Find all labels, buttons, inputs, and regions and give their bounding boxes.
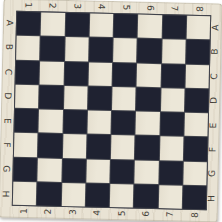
square-b2[interactable] bbox=[40, 37, 64, 61]
square-g6[interactable] bbox=[135, 160, 159, 184]
square-d6[interactable] bbox=[136, 87, 160, 111]
square-g3[interactable] bbox=[62, 158, 86, 182]
square-c3[interactable] bbox=[64, 61, 88, 85]
square-g2[interactable] bbox=[38, 158, 62, 182]
square-a8[interactable] bbox=[186, 16, 210, 40]
square-b4[interactable] bbox=[89, 38, 113, 62]
square-c8[interactable] bbox=[185, 64, 209, 88]
square-h2[interactable] bbox=[37, 182, 61, 206]
square-f3[interactable] bbox=[62, 134, 86, 158]
square-b5[interactable] bbox=[113, 38, 137, 62]
square-g8[interactable] bbox=[183, 161, 207, 185]
square-f2[interactable] bbox=[38, 134, 62, 158]
square-d4[interactable] bbox=[88, 86, 112, 110]
square-d8[interactable] bbox=[185, 88, 209, 112]
square-a1[interactable] bbox=[17, 12, 41, 36]
square-a6[interactable] bbox=[138, 15, 162, 39]
chessboard: 12345678 12345678 ABCDEFGH ABCDEFGH bbox=[0, 0, 222, 222]
square-h5[interactable] bbox=[110, 184, 134, 208]
square-e7[interactable] bbox=[160, 112, 184, 136]
square-e6[interactable] bbox=[136, 112, 160, 136]
square-e2[interactable] bbox=[39, 109, 63, 133]
square-f4[interactable] bbox=[87, 135, 111, 159]
square-b3[interactable] bbox=[65, 37, 89, 61]
square-c1[interactable] bbox=[16, 60, 40, 84]
square-h7[interactable] bbox=[158, 185, 182, 209]
square-d5[interactable] bbox=[112, 87, 136, 111]
square-b8[interactable] bbox=[186, 40, 210, 64]
square-d3[interactable] bbox=[64, 86, 88, 110]
photo-canvas: 12345678 12345678 ABCDEFGH ABCDEFGH bbox=[0, 0, 222, 222]
board-grid bbox=[12, 11, 211, 210]
square-e8[interactable] bbox=[184, 113, 208, 137]
square-a3[interactable] bbox=[65, 13, 89, 37]
square-a5[interactable] bbox=[114, 14, 138, 38]
square-g5[interactable] bbox=[110, 160, 134, 184]
square-g7[interactable] bbox=[159, 161, 183, 185]
square-f7[interactable] bbox=[159, 136, 183, 160]
square-b6[interactable] bbox=[137, 39, 161, 63]
square-h3[interactable] bbox=[61, 183, 85, 207]
square-d7[interactable] bbox=[160, 88, 184, 112]
square-h8[interactable] bbox=[183, 185, 207, 209]
square-d2[interactable] bbox=[39, 85, 63, 109]
square-a7[interactable] bbox=[162, 15, 186, 39]
square-a2[interactable] bbox=[41, 12, 65, 36]
square-a4[interactable] bbox=[89, 14, 113, 38]
square-f5[interactable] bbox=[111, 135, 135, 159]
square-d1[interactable] bbox=[15, 85, 39, 109]
square-c6[interactable] bbox=[137, 63, 161, 87]
square-g1[interactable] bbox=[13, 157, 37, 181]
square-h1[interactable] bbox=[13, 182, 37, 206]
square-e3[interactable] bbox=[63, 110, 87, 134]
square-b7[interactable] bbox=[162, 39, 186, 63]
square-c5[interactable] bbox=[113, 63, 137, 87]
square-h4[interactable] bbox=[86, 183, 110, 207]
square-g4[interactable] bbox=[86, 159, 110, 183]
square-e4[interactable] bbox=[87, 110, 111, 134]
square-b1[interactable] bbox=[16, 36, 40, 60]
square-c2[interactable] bbox=[40, 61, 64, 85]
square-f6[interactable] bbox=[135, 136, 159, 160]
square-f8[interactable] bbox=[184, 137, 208, 161]
square-h6[interactable] bbox=[134, 184, 158, 208]
square-c7[interactable] bbox=[161, 64, 185, 88]
square-e5[interactable] bbox=[111, 111, 135, 135]
square-c4[interactable] bbox=[88, 62, 112, 86]
square-f1[interactable] bbox=[14, 133, 38, 157]
square-e1[interactable] bbox=[14, 109, 38, 133]
